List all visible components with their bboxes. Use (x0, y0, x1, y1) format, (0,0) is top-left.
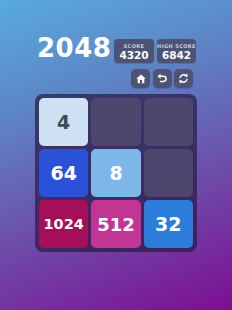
empty-cell (144, 98, 193, 146)
game-title: 2048 (37, 34, 111, 62)
restart-button[interactable] (174, 69, 193, 88)
tile-8: 8 (91, 149, 140, 197)
game-screen: 2048 SCORE 4320 HIGH SCORE 6842 (0, 0, 232, 310)
empty-cell (91, 98, 140, 146)
tile-64: 64 (39, 149, 88, 197)
high-score-panel: HIGH SCORE 6842 (157, 39, 196, 63)
empty-cell (144, 149, 193, 197)
tile-1024: 1024 (39, 200, 88, 248)
undo-icon (156, 72, 169, 85)
home-icon (135, 73, 147, 85)
tile-32: 32 (144, 200, 193, 248)
restart-icon (177, 72, 190, 85)
score-panel: SCORE 4320 (114, 39, 154, 63)
tile-512: 512 (91, 200, 140, 248)
score-value: 4320 (119, 49, 148, 61)
home-button[interactable] (131, 69, 150, 88)
high-score-value: 6842 (162, 49, 191, 61)
undo-button[interactable] (153, 69, 172, 88)
tile-4: 4 (39, 98, 88, 146)
game-board[interactable]: 4648102451232 (35, 94, 197, 252)
